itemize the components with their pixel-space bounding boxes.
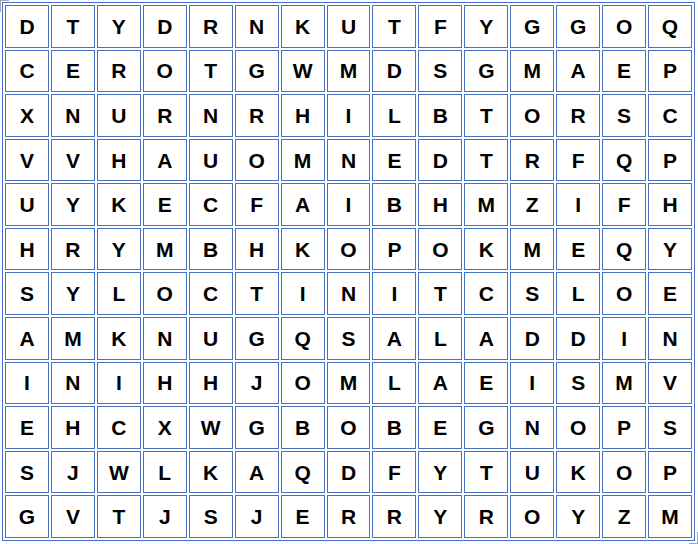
grid-cell[interactable]: R bbox=[51, 228, 95, 271]
grid-cell[interactable]: Q bbox=[602, 139, 646, 182]
grid-cell[interactable]: H bbox=[143, 362, 187, 405]
grid-cell[interactable]: P bbox=[602, 406, 646, 449]
grid-cell[interactable]: Y bbox=[418, 495, 462, 538]
grid-cell[interactable]: D bbox=[510, 317, 554, 360]
grid-cell[interactable]: Y bbox=[51, 183, 95, 226]
grid-cell[interactable]: S bbox=[510, 272, 554, 315]
grid-cell[interactable]: U bbox=[189, 317, 233, 360]
letter-grid: DTYDRNKUTFYGGOQCEROTGWMDSGMAEPXNURNRHILB… bbox=[2, 2, 695, 541]
grid-cell[interactable]: Q bbox=[602, 228, 646, 271]
grid-cell[interactable]: O bbox=[602, 451, 646, 494]
grid-cell[interactable]: K bbox=[281, 5, 325, 48]
grid-cell[interactable]: O bbox=[602, 5, 646, 48]
grid-cell[interactable]: E bbox=[5, 406, 49, 449]
grid-cell[interactable]: Q bbox=[281, 451, 325, 494]
grid-cell[interactable]: A bbox=[281, 183, 325, 226]
grid-cell[interactable]: O bbox=[418, 228, 462, 271]
grid-cell[interactable]: Z bbox=[602, 495, 646, 538]
grid-cell[interactable]: V bbox=[51, 495, 95, 538]
grid-cell[interactable]: A bbox=[418, 362, 462, 405]
grid-cell[interactable]: C bbox=[5, 50, 49, 93]
grid-cell[interactable]: W bbox=[97, 451, 141, 494]
grid-cell[interactable]: F bbox=[556, 139, 600, 182]
grid-cell[interactable]: Y bbox=[97, 5, 141, 48]
grid-cell[interactable]: Y bbox=[464, 5, 508, 48]
grid-cell[interactable]: I bbox=[327, 94, 371, 137]
grid-cell[interactable]: A bbox=[5, 317, 49, 360]
grid-cell[interactable]: K bbox=[97, 317, 141, 360]
grid-cell[interactable]: T bbox=[51, 5, 95, 48]
grid-cell[interactable]: N bbox=[189, 94, 233, 137]
grid-cell[interactable]: F bbox=[418, 5, 462, 48]
grid-cell[interactable]: J bbox=[235, 362, 279, 405]
grid-cell[interactable]: C bbox=[648, 94, 692, 137]
grid-cell[interactable]: O bbox=[510, 94, 554, 137]
grid-cell[interactable]: E bbox=[602, 50, 646, 93]
grid-cell[interactable]: D bbox=[418, 139, 462, 182]
grid-cell[interactable]: I bbox=[327, 183, 371, 226]
grid-cell[interactable]: O bbox=[556, 406, 600, 449]
grid-cell[interactable]: B bbox=[189, 228, 233, 271]
grid-cell[interactable]: C bbox=[189, 272, 233, 315]
grid-cell[interactable]: E bbox=[143, 183, 187, 226]
grid-cell[interactable]: V bbox=[51, 139, 95, 182]
grid-cell[interactable]: M bbox=[464, 183, 508, 226]
grid-cell[interactable]: H bbox=[281, 94, 325, 137]
grid-cell[interactable]: X bbox=[143, 406, 187, 449]
grid-cell[interactable]: H bbox=[648, 183, 692, 226]
grid-cell[interactable]: G bbox=[464, 406, 508, 449]
grid-cell[interactable]: G bbox=[5, 495, 49, 538]
grid-cell[interactable]: E bbox=[281, 495, 325, 538]
grid-cell[interactable]: G bbox=[235, 317, 279, 360]
grid-cell[interactable]: P bbox=[372, 228, 416, 271]
grid-cell[interactable]: M bbox=[327, 362, 371, 405]
grid-cell[interactable]: U bbox=[97, 94, 141, 137]
grid-cell[interactable]: N bbox=[51, 362, 95, 405]
grid-cell[interactable]: R bbox=[556, 94, 600, 137]
grid-cell[interactable]: K bbox=[464, 228, 508, 271]
grid-cell[interactable]: X bbox=[5, 94, 49, 137]
grid-cell[interactable]: E bbox=[556, 228, 600, 271]
grid-cell[interactable]: T bbox=[464, 94, 508, 137]
grid-cell[interactable]: G bbox=[556, 5, 600, 48]
grid-cell[interactable]: A bbox=[556, 50, 600, 93]
grid-cell[interactable]: L bbox=[97, 272, 141, 315]
grid-cell[interactable]: R bbox=[189, 5, 233, 48]
grid-cell[interactable]: N bbox=[648, 317, 692, 360]
grid-cell[interactable]: T bbox=[372, 5, 416, 48]
grid-cell[interactable]: W bbox=[281, 50, 325, 93]
grid-cell[interactable]: E bbox=[464, 362, 508, 405]
grid-cell[interactable]: S bbox=[189, 495, 233, 538]
grid-cell[interactable]: Y bbox=[418, 451, 462, 494]
grid-cell[interactable]: W bbox=[189, 406, 233, 449]
grid-cell[interactable]: V bbox=[648, 362, 692, 405]
grid-cell[interactable]: O bbox=[235, 139, 279, 182]
grid-cell[interactable]: H bbox=[51, 406, 95, 449]
grid-cell[interactable]: T bbox=[418, 272, 462, 315]
grid-cell[interactable]: D bbox=[327, 451, 371, 494]
grid-cell[interactable]: H bbox=[5, 228, 49, 271]
grid-cell[interactable]: D bbox=[143, 5, 187, 48]
grid-cell[interactable]: M bbox=[327, 50, 371, 93]
grid-cell[interactable]: O bbox=[510, 495, 554, 538]
grid-cell[interactable]: S bbox=[648, 406, 692, 449]
grid-cell[interactable]: S bbox=[556, 362, 600, 405]
grid-cell[interactable]: I bbox=[5, 362, 49, 405]
grid-cell[interactable]: D bbox=[5, 5, 49, 48]
grid-cell[interactable]: G bbox=[235, 50, 279, 93]
grid-cell[interactable]: F bbox=[602, 183, 646, 226]
grid-cell[interactable]: M bbox=[510, 50, 554, 93]
grid-cell[interactable]: P bbox=[648, 50, 692, 93]
grid-cell[interactable]: H bbox=[97, 139, 141, 182]
grid-cell[interactable]: L bbox=[372, 94, 416, 137]
grid-cell[interactable]: O bbox=[143, 272, 187, 315]
grid-cell[interactable]: S bbox=[5, 272, 49, 315]
grid-cell[interactable]: I bbox=[602, 317, 646, 360]
grid-cell[interactable]: T bbox=[464, 451, 508, 494]
grid-cell[interactable]: G bbox=[510, 5, 554, 48]
grid-cell[interactable]: M bbox=[281, 139, 325, 182]
grid-cell[interactable]: G bbox=[235, 406, 279, 449]
grid-cell[interactable]: M bbox=[143, 228, 187, 271]
grid-cell[interactable]: T bbox=[464, 139, 508, 182]
grid-cell[interactable]: R bbox=[510, 139, 554, 182]
grid-cell[interactable]: G bbox=[464, 50, 508, 93]
grid-cell[interactable]: K bbox=[189, 451, 233, 494]
word-search-board: DTYDRNKUTFYGGOQCEROTGWMDSGMAEPXNURNRHILB… bbox=[0, 0, 698, 544]
grid-cell[interactable]: N bbox=[327, 139, 371, 182]
grid-cell[interactable]: N bbox=[143, 317, 187, 360]
grid-cell[interactable]: E bbox=[648, 272, 692, 315]
grid-cell[interactable]: R bbox=[143, 94, 187, 137]
grid-cell[interactable]: O bbox=[602, 272, 646, 315]
grid-cell[interactable]: M bbox=[602, 362, 646, 405]
grid-cell[interactable]: E bbox=[51, 50, 95, 93]
grid-cell[interactable]: P bbox=[648, 451, 692, 494]
grid-cell[interactable]: Y bbox=[648, 228, 692, 271]
grid-cell[interactable]: S bbox=[602, 94, 646, 137]
grid-cell[interactable]: B bbox=[372, 183, 416, 226]
grid-cell[interactable]: Q bbox=[648, 5, 692, 48]
grid-cell[interactable]: T bbox=[235, 272, 279, 315]
grid-cell[interactable]: D bbox=[372, 50, 416, 93]
grid-cell[interactable]: B bbox=[418, 94, 462, 137]
grid-cell[interactable]: M bbox=[51, 317, 95, 360]
grid-cell[interactable]: J bbox=[235, 495, 279, 538]
grid-cell[interactable]: O bbox=[327, 228, 371, 271]
grid-cell[interactable]: N bbox=[510, 406, 554, 449]
grid-cell[interactable]: M bbox=[648, 495, 692, 538]
grid-cell[interactable]: I bbox=[510, 362, 554, 405]
grid-cell[interactable]: R bbox=[372, 495, 416, 538]
grid-cell[interactable]: U bbox=[327, 5, 371, 48]
grid-cell[interactable]: S bbox=[418, 50, 462, 93]
grid-cell[interactable]: J bbox=[51, 451, 95, 494]
grid-cell[interactable]: N bbox=[327, 272, 371, 315]
grid-cell[interactable]: R bbox=[97, 50, 141, 93]
grid-cell[interactable]: O bbox=[327, 406, 371, 449]
grid-cell[interactable]: E bbox=[372, 139, 416, 182]
grid-cell[interactable]: Z bbox=[510, 183, 554, 226]
grid-cell[interactable]: C bbox=[189, 183, 233, 226]
grid-cell[interactable]: A bbox=[372, 317, 416, 360]
grid-cell[interactable]: O bbox=[281, 362, 325, 405]
grid-cell[interactable]: P bbox=[648, 139, 692, 182]
grid-cell[interactable]: V bbox=[5, 139, 49, 182]
grid-cell[interactable]: F bbox=[235, 183, 279, 226]
grid-cell[interactable]: I bbox=[281, 272, 325, 315]
grid-cell[interactable]: T bbox=[97, 495, 141, 538]
grid-cell[interactable]: M bbox=[510, 228, 554, 271]
grid-cell[interactable]: I bbox=[556, 183, 600, 226]
grid-cell[interactable]: U bbox=[5, 183, 49, 226]
grid-cell[interactable]: A bbox=[143, 139, 187, 182]
grid-cell[interactable]: L bbox=[556, 272, 600, 315]
grid-cell[interactable]: S bbox=[327, 317, 371, 360]
grid-cell[interactable]: U bbox=[189, 139, 233, 182]
grid-cell[interactable]: U bbox=[510, 451, 554, 494]
grid-cell[interactable]: H bbox=[189, 362, 233, 405]
grid-cell[interactable]: D bbox=[556, 317, 600, 360]
grid-cell[interactable]: Y bbox=[51, 272, 95, 315]
grid-cell[interactable]: L bbox=[418, 317, 462, 360]
grid-cell[interactable]: E bbox=[418, 406, 462, 449]
grid-cell[interactable]: R bbox=[327, 495, 371, 538]
grid-cell[interactable]: C bbox=[464, 272, 508, 315]
grid-cell[interactable]: B bbox=[281, 406, 325, 449]
grid-cell[interactable]: S bbox=[5, 451, 49, 494]
grid-cell[interactable]: C bbox=[97, 406, 141, 449]
grid-cell[interactable]: L bbox=[143, 451, 187, 494]
grid-cell[interactable]: T bbox=[189, 50, 233, 93]
grid-cell[interactable]: Y bbox=[556, 495, 600, 538]
grid-cell[interactable]: Q bbox=[281, 317, 325, 360]
grid-cell[interactable]: J bbox=[143, 495, 187, 538]
grid-cell[interactable]: L bbox=[372, 362, 416, 405]
grid-cell[interactable]: O bbox=[143, 50, 187, 93]
grid-cell[interactable]: H bbox=[235, 228, 279, 271]
grid-cell[interactable]: I bbox=[97, 362, 141, 405]
grid-cell[interactable]: B bbox=[372, 406, 416, 449]
grid-cell[interactable]: K bbox=[281, 228, 325, 271]
grid-cell[interactable]: K bbox=[97, 183, 141, 226]
grid-cell[interactable]: H bbox=[418, 183, 462, 226]
grid-cell[interactable]: N bbox=[235, 5, 279, 48]
grid-cell[interactable]: K bbox=[556, 451, 600, 494]
grid-cell[interactable]: N bbox=[51, 94, 95, 137]
grid-cell[interactable]: I bbox=[372, 272, 416, 315]
grid-cell[interactable]: R bbox=[235, 94, 279, 137]
grid-cell[interactable]: F bbox=[372, 451, 416, 494]
grid-cell[interactable]: A bbox=[235, 451, 279, 494]
grid-cell[interactable]: A bbox=[464, 317, 508, 360]
grid-cell[interactable]: R bbox=[464, 495, 508, 538]
grid-cell[interactable]: Y bbox=[97, 228, 141, 271]
